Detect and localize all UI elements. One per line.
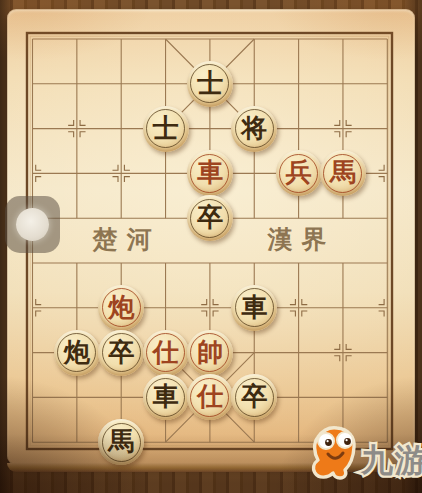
piece-black-士[interactable]: 士 [143, 106, 189, 152]
jiuyou-logo: 九游 [304, 420, 422, 490]
piece-black-卒[interactable]: 卒 [98, 330, 144, 376]
piece-glyph: 炮 [108, 294, 134, 320]
piece-red-炮[interactable]: 炮 [98, 285, 144, 331]
piece-red-車[interactable]: 車 [187, 150, 233, 196]
piece-red-帥[interactable]: 帥 [187, 330, 233, 376]
piece-glyph: 車 [153, 383, 179, 409]
piece-glyph: 炮 [64, 339, 90, 365]
river-label-han-jie: 漢界 [232, 227, 362, 252]
piece-red-兵[interactable]: 兵 [276, 150, 322, 196]
piece-red-仕[interactable]: 仕 [143, 330, 189, 376]
piece-black-車[interactable]: 車 [231, 285, 277, 331]
piece-black-車[interactable]: 車 [143, 374, 189, 420]
piece-black-炮[interactable]: 炮 [54, 330, 100, 376]
piece-glyph: 士 [197, 70, 223, 96]
piece-glyph: 兵 [286, 159, 312, 185]
river-label-chu-he: 楚河 [57, 227, 187, 252]
piece-glyph: 馬 [108, 428, 134, 454]
piece-glyph: 卒 [241, 383, 267, 409]
piece-black-卒[interactable]: 卒 [187, 195, 233, 241]
piece-glyph: 将 [241, 115, 267, 141]
watermark-text: 九游 [360, 441, 422, 479]
xiangqi-game-screen: 楚河 漢界 士士将車兵馬卒炮車炮卒仕帥車仕卒馬 九游 [0, 0, 422, 493]
piece-glyph: 卒 [108, 339, 134, 365]
piece-glyph: 馬 [330, 159, 356, 185]
piece-glyph: 車 [241, 294, 267, 320]
piece-glyph: 帥 [197, 339, 223, 365]
piece-black-士[interactable]: 士 [187, 61, 233, 107]
piece-glyph: 士 [153, 115, 179, 141]
assistive-touch-button[interactable] [5, 196, 60, 253]
piece-black-将[interactable]: 将 [231, 106, 277, 152]
piece-glyph: 車 [197, 159, 223, 185]
assistive-touch-dot-icon [16, 208, 49, 241]
piece-glyph: 仕 [153, 339, 179, 365]
piece-glyph: 卒 [197, 204, 223, 230]
piece-glyph: 仕 [197, 383, 223, 409]
piece-red-馬[interactable]: 馬 [320, 150, 366, 196]
piece-red-仕[interactable]: 仕 [187, 374, 233, 420]
